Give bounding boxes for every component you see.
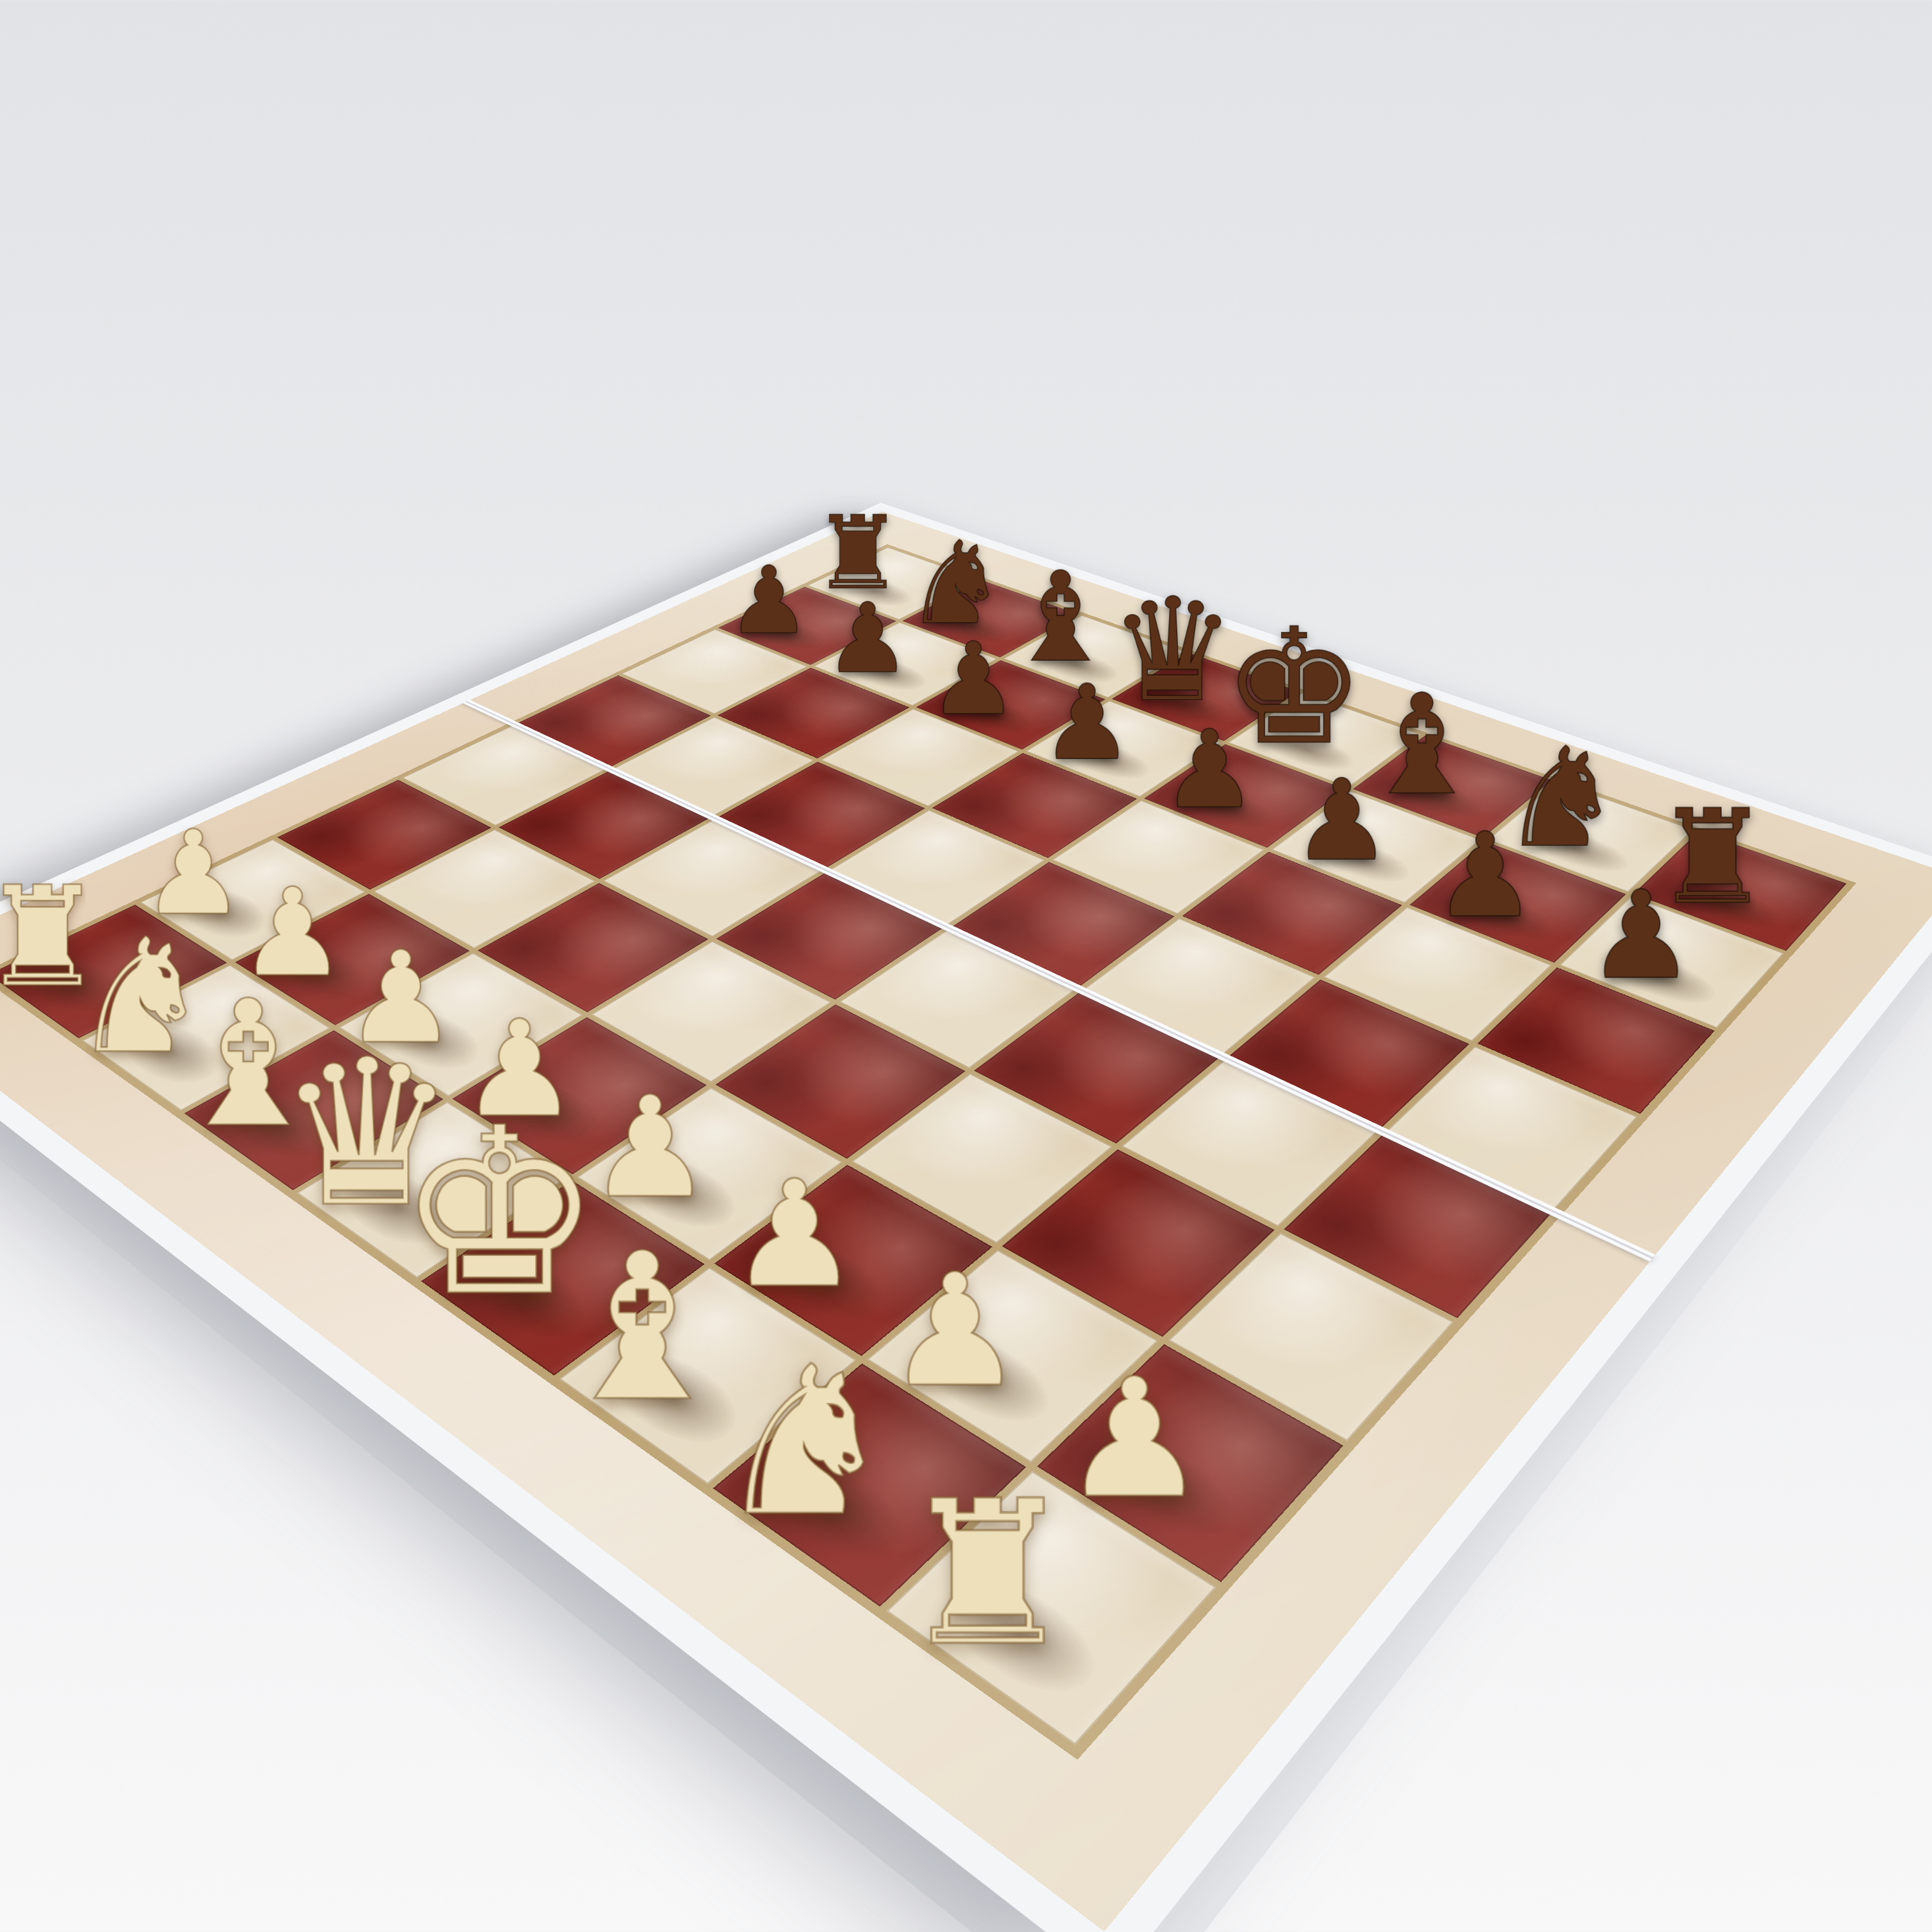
piece-black-pawn[interactable]: ♟ [1135, 716, 1283, 824]
piece-black-pawn[interactable]: ♟ [1557, 875, 1724, 997]
pawn-glyph: ♟ [1586, 865, 1695, 1006]
pawn-glyph: ♟ [1292, 755, 1392, 886]
chess-board: ♜♞♝♛♚♝♞♜♟♟♟♟♟♟♟♟♟♟♟♟♟♟♟♟♜♞♝♛♚♝♞♜ [0, 544, 1856, 1760]
rook-glyph: ♜ [897, 1458, 1077, 1690]
pawn-glyph: ♟ [1433, 808, 1537, 944]
pawn-glyph: ♟ [1161, 707, 1257, 832]
piece-white-rook[interactable]: ♜ [866, 1475, 1109, 1674]
square-a4[interactable] [402, 725, 606, 826]
piece-black-pawn[interactable]: ♟ [1264, 765, 1418, 877]
pawn-glyph: ♟ [1040, 662, 1133, 783]
photo-scene: ♜♞♝♛♚♝♞♜♟♟♟♟♟♟♟♟♟♟♟♟♟♟♟♟♜♞♝♛♚♝♞♜ [0, 0, 1932, 1932]
pawn-glyph: ♟ [928, 621, 1018, 737]
board-frame: ♜♞♝♛♚♝♞♜♟♟♟♟♟♟♟♟♟♟♟♟♟♟♟♟♜♞♝♛♚♝♞♜ [0, 503, 1932, 1932]
pawn-glyph: ♟ [824, 582, 911, 695]
board-border: ♜♞♝♛♚♝♞♜♟♟♟♟♟♟♟♟♟♟♟♟♟♟♟♟♜♞♝♛♚♝♞♜ [0, 512, 1932, 1932]
pawn-glyph: ♟ [727, 546, 810, 655]
piece-black-pawn[interactable]: ♟ [1405, 818, 1565, 934]
board-3d-wrapper: ♜♞♝♛♚♝♞♜♟♟♟♟♟♟♟♟♟♟♟♟♟♟♟♟♜♞♝♛♚♝♞♜ [0, 503, 1932, 1932]
background: { "game": "chess", "variant": "standard"… [0, 0, 1932, 1932]
